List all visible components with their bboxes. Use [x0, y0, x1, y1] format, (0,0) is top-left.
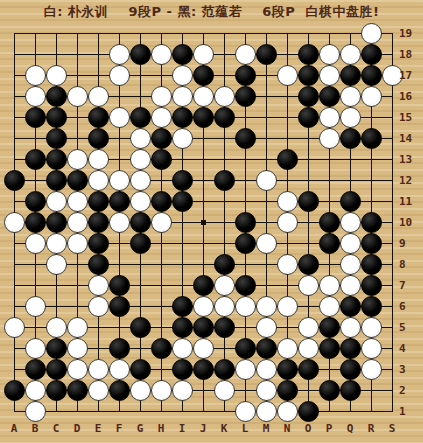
stone-black-R6	[361, 296, 382, 317]
stone-white-G12	[130, 170, 151, 191]
row-label-19: 19	[399, 28, 423, 39]
stone-white-H15	[151, 107, 172, 128]
stone-black-C14	[46, 128, 67, 149]
col-label-G: G	[130, 423, 151, 434]
col-label-N: N	[277, 423, 298, 434]
stone-black-Q11	[340, 191, 361, 212]
stone-black-C12	[46, 170, 67, 191]
stone-black-C4	[46, 338, 67, 359]
stone-white-E6	[88, 296, 109, 317]
stone-black-B11	[25, 191, 46, 212]
stone-white-K7	[214, 275, 235, 296]
stone-black-P2	[319, 380, 340, 401]
stone-black-K5	[214, 317, 235, 338]
row-label-5: 5	[399, 322, 423, 333]
stone-black-G15	[130, 107, 151, 128]
row-label-16: 16	[399, 91, 423, 102]
stone-white-D10	[67, 212, 88, 233]
stone-black-L17	[235, 65, 256, 86]
stone-black-L9	[235, 233, 256, 254]
stone-black-Q17	[340, 65, 361, 86]
stone-white-F15	[109, 107, 130, 128]
stone-black-Q3	[340, 359, 361, 380]
col-label-L: L	[235, 423, 256, 434]
stone-white-O7	[298, 275, 319, 296]
stone-white-G14	[130, 128, 151, 149]
row-label-11: 11	[399, 196, 423, 207]
stone-white-B2	[25, 380, 46, 401]
col-label-A: A	[4, 423, 25, 434]
stone-white-M5	[256, 317, 277, 338]
stone-black-C2	[46, 380, 67, 401]
stone-white-K16	[214, 86, 235, 107]
stone-black-C15	[46, 107, 67, 128]
stone-black-H14	[151, 128, 172, 149]
stone-white-I4	[172, 338, 193, 359]
stone-white-Q16	[340, 86, 361, 107]
stone-white-B4	[25, 338, 46, 359]
stone-black-P5	[319, 317, 340, 338]
stone-white-F3	[109, 359, 130, 380]
stone-white-D11	[67, 191, 88, 212]
stone-white-D16	[67, 86, 88, 107]
stone-black-Q14	[340, 128, 361, 149]
row-label-18: 18	[399, 49, 423, 60]
row-label-1: 1	[399, 406, 423, 417]
stone-white-J18	[193, 44, 214, 65]
stone-white-L1	[235, 401, 256, 422]
stone-white-Q10	[340, 212, 361, 233]
stone-black-M4	[256, 338, 277, 359]
stone-black-P9	[319, 233, 340, 254]
stone-white-M9	[256, 233, 277, 254]
stone-black-R7	[361, 275, 382, 296]
stone-white-A5	[4, 317, 25, 338]
stone-white-G2	[130, 380, 151, 401]
stone-black-L4	[235, 338, 256, 359]
stone-white-Q7	[340, 275, 361, 296]
stone-white-M1	[256, 401, 277, 422]
stone-white-Q15	[340, 107, 361, 128]
stone-white-B9	[25, 233, 46, 254]
stone-black-N2	[277, 380, 298, 401]
row-label-10: 10	[399, 217, 423, 228]
col-label-I: I	[172, 423, 193, 434]
stone-white-E16	[88, 86, 109, 107]
stone-black-P16	[319, 86, 340, 107]
col-label-H: H	[151, 423, 172, 434]
stone-white-J16	[193, 86, 214, 107]
game-info-header: 白: 朴永训 9段P - 黑: 范蕴若 6段P 白棋中盘胜!	[0, 3, 423, 25]
stone-white-K2	[214, 380, 235, 401]
stone-black-G9	[130, 233, 151, 254]
stone-black-B13	[25, 149, 46, 170]
stone-white-C5	[46, 317, 67, 338]
stone-white-M6	[256, 296, 277, 317]
stone-white-I2	[172, 380, 193, 401]
stone-black-I12	[172, 170, 193, 191]
stone-black-B3	[25, 359, 46, 380]
stone-black-I3	[172, 359, 193, 380]
stone-white-E12	[88, 170, 109, 191]
row-label-4: 4	[399, 343, 423, 354]
stone-white-Q9	[340, 233, 361, 254]
stone-white-N1	[277, 401, 298, 422]
stone-white-G13	[130, 149, 151, 170]
stone-white-R16	[361, 86, 382, 107]
col-label-D: D	[67, 423, 88, 434]
row-label-12: 12	[399, 175, 423, 186]
stone-white-O4	[298, 338, 319, 359]
col-label-P: P	[319, 423, 340, 434]
stone-black-H13	[151, 149, 172, 170]
col-label-R: R	[361, 423, 382, 434]
stone-black-N13	[277, 149, 298, 170]
stone-white-H16	[151, 86, 172, 107]
stone-black-O3	[298, 359, 319, 380]
stone-black-I5	[172, 317, 193, 338]
stone-white-Q18	[340, 44, 361, 65]
col-label-E: E	[88, 423, 109, 434]
stone-black-J5	[193, 317, 214, 338]
stone-black-J15	[193, 107, 214, 128]
stone-black-D2	[67, 380, 88, 401]
stone-white-M12	[256, 170, 277, 191]
stone-white-F10	[109, 212, 130, 233]
stone-black-Q4	[340, 338, 361, 359]
stone-black-E15	[88, 107, 109, 128]
stone-black-M18	[256, 44, 277, 65]
stone-white-P6	[319, 296, 340, 317]
stone-white-I16	[172, 86, 193, 107]
stone-white-R19	[361, 23, 382, 44]
stone-black-E11	[88, 191, 109, 212]
row-label-8: 8	[399, 259, 423, 270]
col-label-F: F	[109, 423, 130, 434]
stone-black-C16	[46, 86, 67, 107]
stone-black-G5	[130, 317, 151, 338]
stone-white-N11	[277, 191, 298, 212]
stone-black-O15	[298, 107, 319, 128]
stone-black-Q2	[340, 380, 361, 401]
stone-white-Q8	[340, 254, 361, 275]
stone-black-L16	[235, 86, 256, 107]
stone-white-N6	[277, 296, 298, 317]
stone-white-P17	[319, 65, 340, 86]
stone-white-L18	[235, 44, 256, 65]
stone-white-H18	[151, 44, 172, 65]
stone-black-G10	[130, 212, 151, 233]
row-label-6: 6	[399, 301, 423, 312]
star-point-J10	[201, 220, 206, 225]
stone-black-J17	[193, 65, 214, 86]
stone-white-A10	[4, 212, 25, 233]
stone-black-G18	[130, 44, 151, 65]
col-label-S: S	[382, 423, 403, 434]
stone-white-F18	[109, 44, 130, 65]
stone-white-P7	[319, 275, 340, 296]
stone-black-B10	[25, 212, 46, 233]
stone-black-K12	[214, 170, 235, 191]
stone-white-B6	[25, 296, 46, 317]
stone-black-R9	[361, 233, 382, 254]
stone-black-L10	[235, 212, 256, 233]
stone-black-F2	[109, 380, 130, 401]
stone-white-G11	[130, 191, 151, 212]
stone-white-I14	[172, 128, 193, 149]
stone-black-F7	[109, 275, 130, 296]
stone-black-F4	[109, 338, 130, 359]
stone-white-C11	[46, 191, 67, 212]
stone-white-M3	[256, 359, 277, 380]
stone-white-E2	[88, 380, 109, 401]
stone-white-R4	[361, 338, 382, 359]
stone-black-E14	[88, 128, 109, 149]
stone-white-N8	[277, 254, 298, 275]
stone-black-N3	[277, 359, 298, 380]
stone-white-E3	[88, 359, 109, 380]
stone-black-O18	[298, 44, 319, 65]
stone-white-B16	[25, 86, 46, 107]
stone-black-R10	[361, 212, 382, 233]
stone-white-K6	[214, 296, 235, 317]
stone-black-H4	[151, 338, 172, 359]
stone-white-E13	[88, 149, 109, 170]
stone-white-M2	[256, 380, 277, 401]
stone-black-F6	[109, 296, 130, 317]
col-label-K: K	[214, 423, 235, 434]
stone-white-D3	[67, 359, 88, 380]
stone-black-J3	[193, 359, 214, 380]
stone-black-O11	[298, 191, 319, 212]
stone-black-O17	[298, 65, 319, 86]
stone-black-I18	[172, 44, 193, 65]
row-label-7: 7	[399, 280, 423, 291]
stone-white-B17	[25, 65, 46, 86]
row-label-9: 9	[399, 238, 423, 249]
stone-black-F11	[109, 191, 130, 212]
stone-black-O16	[298, 86, 319, 107]
col-label-B: B	[25, 423, 46, 434]
stone-black-E9	[88, 233, 109, 254]
stone-white-H10	[151, 212, 172, 233]
stone-black-C10	[46, 212, 67, 233]
stone-black-H11	[151, 191, 172, 212]
stone-black-I6	[172, 296, 193, 317]
stone-black-Q6	[340, 296, 361, 317]
stone-black-I11	[172, 191, 193, 212]
stone-white-C9	[46, 233, 67, 254]
row-label-13: 13	[399, 154, 423, 165]
stone-white-J4	[193, 338, 214, 359]
stone-white-O5	[298, 317, 319, 338]
stone-white-R3	[361, 359, 382, 380]
stone-black-K3	[214, 359, 235, 380]
row-label-17: 17	[399, 70, 423, 81]
stone-black-D12	[67, 170, 88, 191]
col-label-Q: Q	[340, 423, 361, 434]
stone-white-R5	[361, 317, 382, 338]
stone-black-O8	[298, 254, 319, 275]
stone-white-P14	[319, 128, 340, 149]
stone-white-P18	[319, 44, 340, 65]
stone-white-N4	[277, 338, 298, 359]
stone-black-R18	[361, 44, 382, 65]
col-label-C: C	[46, 423, 67, 434]
stone-black-R14	[361, 128, 382, 149]
stone-white-L6	[235, 296, 256, 317]
stone-white-D5	[67, 317, 88, 338]
stone-black-L7	[235, 275, 256, 296]
stone-black-K8	[214, 254, 235, 275]
stone-black-A12	[4, 170, 25, 191]
stone-white-J6	[193, 296, 214, 317]
stone-white-B1	[25, 401, 46, 422]
col-label-M: M	[256, 423, 277, 434]
stone-black-C3	[46, 359, 67, 380]
row-label-15: 15	[399, 112, 423, 123]
stone-black-L14	[235, 128, 256, 149]
row-label-3: 3	[399, 364, 423, 375]
stone-black-R8	[361, 254, 382, 275]
stone-black-K15	[214, 107, 235, 128]
stone-white-N17	[277, 65, 298, 86]
row-label-14: 14	[399, 133, 423, 144]
stone-black-G3	[130, 359, 151, 380]
stone-white-Q5	[340, 317, 361, 338]
stone-black-P4	[319, 338, 340, 359]
stone-white-E7	[88, 275, 109, 296]
col-label-J: J	[193, 423, 214, 434]
stone-white-F17	[109, 65, 130, 86]
stone-black-R17	[361, 65, 382, 86]
stone-white-D13	[67, 149, 88, 170]
stone-white-I17	[172, 65, 193, 86]
stone-white-D4	[67, 338, 88, 359]
stone-black-I15	[172, 107, 193, 128]
col-label-O: O	[298, 423, 319, 434]
stone-black-E10	[88, 212, 109, 233]
stone-black-C13	[46, 149, 67, 170]
stone-white-D9	[67, 233, 88, 254]
stone-white-P15	[319, 107, 340, 128]
stone-white-C17	[46, 65, 67, 86]
stone-white-L3	[235, 359, 256, 380]
stone-black-A2	[4, 380, 25, 401]
stone-black-O1	[298, 401, 319, 422]
stone-black-B15	[25, 107, 46, 128]
stone-white-F12	[109, 170, 130, 191]
stone-white-H2	[151, 380, 172, 401]
stone-white-C8	[46, 254, 67, 275]
stone-black-P10	[319, 212, 340, 233]
stone-white-N10	[277, 212, 298, 233]
row-label-2: 2	[399, 385, 423, 396]
stone-black-J7	[193, 275, 214, 296]
stone-black-E8	[88, 254, 109, 275]
